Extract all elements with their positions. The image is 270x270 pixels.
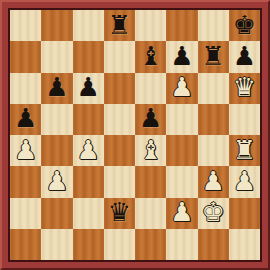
square-e1[interactable] [135, 229, 166, 260]
black-pawn-e5: ♟ [139, 105, 162, 131]
square-g3[interactable]: ♟ [198, 166, 229, 197]
chess-board: ♜♚♝♟♜♟♟♟♟♛♟♟♟♟♝♜♟♟♟♛♟♚ [10, 10, 260, 260]
white-pawn-c4: ♟ [76, 137, 99, 163]
board-frame: ♜♚♝♟♜♟♟♟♟♛♟♟♟♟♝♜♟♟♟♛♟♚ [0, 0, 270, 270]
square-f7[interactable]: ♟ [166, 41, 197, 72]
square-g1[interactable] [198, 229, 229, 260]
black-rook-d8: ♜ [108, 12, 131, 38]
square-e4[interactable]: ♝ [135, 135, 166, 166]
square-b7[interactable] [41, 41, 72, 72]
square-c5[interactable] [73, 104, 104, 135]
square-h2[interactable] [229, 198, 260, 229]
square-h1[interactable] [229, 229, 260, 260]
white-rook-h4: ♜ [233, 137, 256, 163]
white-pawn-h3: ♟ [233, 168, 256, 194]
square-a6[interactable] [10, 73, 41, 104]
white-pawn-a4: ♟ [14, 137, 37, 163]
square-f1[interactable] [166, 229, 197, 260]
square-e7[interactable]: ♝ [135, 41, 166, 72]
square-b1[interactable] [41, 229, 72, 260]
square-d4[interactable] [104, 135, 135, 166]
square-a5[interactable]: ♟ [10, 104, 41, 135]
square-b3[interactable]: ♟ [41, 166, 72, 197]
black-pawn-h7: ♟ [233, 43, 256, 69]
square-c3[interactable] [73, 166, 104, 197]
square-g7[interactable]: ♜ [198, 41, 229, 72]
square-b8[interactable] [41, 10, 72, 41]
square-h7[interactable]: ♟ [229, 41, 260, 72]
square-e5[interactable]: ♟ [135, 104, 166, 135]
black-pawn-f7: ♟ [170, 43, 193, 69]
square-b5[interactable] [41, 104, 72, 135]
square-c6[interactable]: ♟ [73, 73, 104, 104]
white-queen-h6: ♛ [233, 74, 256, 100]
square-f5[interactable] [166, 104, 197, 135]
square-f3[interactable] [166, 166, 197, 197]
square-d5[interactable] [104, 104, 135, 135]
black-king-h8: ♚ [233, 12, 256, 38]
white-pawn-b3: ♟ [45, 168, 68, 194]
black-pawn-b6: ♟ [45, 74, 68, 100]
black-queen-d2: ♛ [108, 199, 131, 225]
white-bishop-e4: ♝ [139, 137, 162, 163]
black-pawn-c6: ♟ [76, 74, 99, 100]
white-pawn-f2: ♟ [170, 199, 193, 225]
square-e2[interactable] [135, 198, 166, 229]
square-d1[interactable] [104, 229, 135, 260]
square-f4[interactable] [166, 135, 197, 166]
square-d2[interactable]: ♛ [104, 198, 135, 229]
square-e8[interactable] [135, 10, 166, 41]
square-h4[interactable]: ♜ [229, 135, 260, 166]
white-king-g2: ♚ [201, 199, 224, 225]
square-g6[interactable] [198, 73, 229, 104]
square-d7[interactable] [104, 41, 135, 72]
black-rook-g7: ♜ [201, 43, 224, 69]
black-pawn-a5: ♟ [14, 105, 37, 131]
white-pawn-f6: ♟ [170, 74, 193, 100]
square-e6[interactable] [135, 73, 166, 104]
square-a2[interactable] [10, 198, 41, 229]
square-a1[interactable] [10, 229, 41, 260]
white-pawn-g3: ♟ [201, 168, 224, 194]
square-c7[interactable] [73, 41, 104, 72]
square-a7[interactable] [10, 41, 41, 72]
square-a3[interactable] [10, 166, 41, 197]
square-g5[interactable] [198, 104, 229, 135]
square-h6[interactable]: ♛ [229, 73, 260, 104]
square-f8[interactable] [166, 10, 197, 41]
square-c4[interactable]: ♟ [73, 135, 104, 166]
square-g4[interactable] [198, 135, 229, 166]
square-f2[interactable]: ♟ [166, 198, 197, 229]
square-e3[interactable] [135, 166, 166, 197]
square-g8[interactable] [198, 10, 229, 41]
square-h5[interactable] [229, 104, 260, 135]
square-g2[interactable]: ♚ [198, 198, 229, 229]
square-a8[interactable] [10, 10, 41, 41]
square-h3[interactable]: ♟ [229, 166, 260, 197]
square-c8[interactable] [73, 10, 104, 41]
square-f6[interactable]: ♟ [166, 73, 197, 104]
square-d8[interactable]: ♜ [104, 10, 135, 41]
square-d6[interactable] [104, 73, 135, 104]
square-b4[interactable] [41, 135, 72, 166]
square-b6[interactable]: ♟ [41, 73, 72, 104]
square-h8[interactable]: ♚ [229, 10, 260, 41]
square-c1[interactable] [73, 229, 104, 260]
square-d3[interactable] [104, 166, 135, 197]
square-a4[interactable]: ♟ [10, 135, 41, 166]
black-bishop-e7: ♝ [139, 43, 162, 69]
square-b2[interactable] [41, 198, 72, 229]
square-c2[interactable] [73, 198, 104, 229]
